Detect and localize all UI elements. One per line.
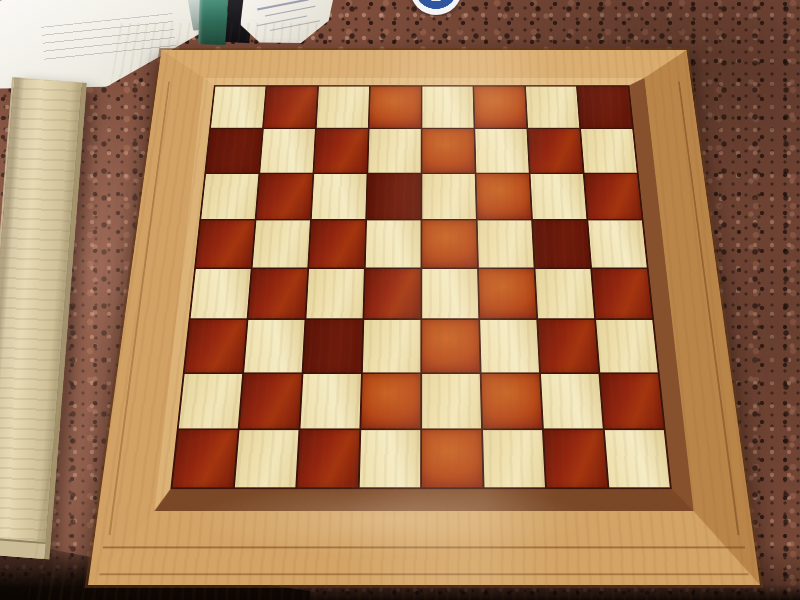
handwriting-scribble [257, 0, 308, 10]
board-grid [170, 85, 672, 489]
square-d2 [361, 374, 420, 429]
square-g2 [541, 374, 603, 429]
square-a6 [201, 174, 258, 219]
square-h6 [585, 174, 642, 219]
square-a7 [206, 129, 262, 172]
square-f4 [479, 269, 536, 319]
square-c3 [303, 320, 362, 372]
square-a8 [211, 87, 266, 128]
square-b8 [264, 87, 317, 128]
paper-crease [0, 0, 217, 1]
countertop-scene [0, 0, 800, 600]
square-b7 [260, 129, 315, 172]
square-h5 [588, 220, 647, 267]
square-f1 [483, 430, 545, 487]
square-g7 [528, 129, 583, 172]
jar-lid [408, 0, 466, 16]
square-d8 [370, 87, 421, 128]
square-f2 [482, 374, 542, 429]
square-g8 [526, 87, 579, 128]
square-b1 [235, 430, 299, 487]
square-c5 [309, 220, 365, 267]
square-a3 [185, 320, 247, 372]
chess-board [88, 50, 760, 585]
tool-teal-body [198, 0, 228, 45]
board-inner-lip [154, 78, 693, 511]
square-e2 [422, 374, 481, 429]
square-f6 [476, 174, 531, 219]
square-a5 [196, 220, 255, 267]
square-h2 [600, 374, 663, 429]
square-d7 [368, 129, 420, 172]
square-f3 [480, 320, 539, 372]
square-a4 [191, 269, 251, 319]
square-e7 [422, 129, 474, 172]
square-h1 [605, 430, 670, 487]
square-d1 [360, 430, 421, 487]
square-f5 [478, 220, 534, 267]
square-d6 [367, 174, 421, 219]
board-frame [88, 50, 760, 585]
square-b6 [256, 174, 312, 219]
square-d5 [366, 220, 421, 267]
square-h7 [581, 129, 637, 172]
square-b4 [248, 269, 307, 319]
square-e3 [422, 320, 480, 372]
square-b5 [253, 220, 310, 267]
square-c8 [317, 87, 369, 128]
square-e6 [422, 174, 476, 219]
square-h3 [596, 320, 658, 372]
paper-printed-lines [41, 13, 176, 63]
square-a1 [172, 430, 237, 487]
square-e4 [422, 269, 478, 319]
jar-lid-face [410, 0, 462, 15]
square-b3 [244, 320, 304, 372]
square-g3 [538, 320, 598, 372]
square-e5 [422, 220, 477, 267]
square-b2 [240, 374, 302, 429]
square-g1 [544, 430, 607, 487]
square-c4 [306, 269, 364, 319]
square-h4 [592, 269, 652, 319]
square-d4 [364, 269, 420, 319]
square-f8 [474, 87, 526, 128]
square-c2 [300, 374, 361, 429]
square-e1 [422, 430, 482, 487]
square-a2 [179, 374, 242, 429]
square-c6 [312, 174, 367, 219]
square-h8 [578, 87, 632, 128]
square-c7 [314, 129, 368, 172]
square-g4 [535, 269, 594, 319]
square-g5 [533, 220, 590, 267]
square-c1 [297, 430, 359, 487]
square-e8 [422, 87, 473, 128]
frame-molding-groove-bottom [99, 546, 748, 575]
square-f7 [475, 129, 528, 172]
square-d3 [363, 320, 421, 372]
square-g6 [530, 174, 586, 219]
